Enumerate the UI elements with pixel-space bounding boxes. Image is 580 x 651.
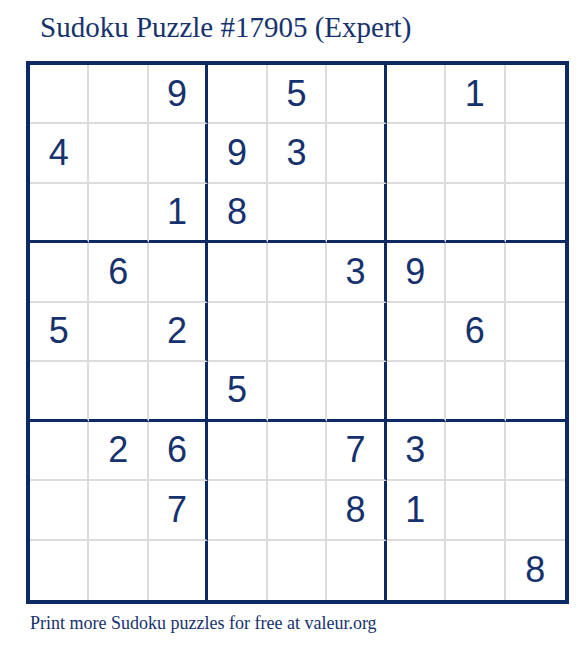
cell-r4c9[interactable] (506, 243, 565, 302)
cell-r5c2[interactable] (89, 303, 148, 362)
cell-r5c6[interactable] (327, 303, 386, 362)
cell-r2c1[interactable]: 4 (30, 124, 89, 183)
cell-r1c1[interactable] (30, 65, 89, 124)
cell-r2c9[interactable] (506, 124, 565, 183)
cell-r3c4[interactable]: 8 (208, 184, 267, 243)
cell-r6c3[interactable] (149, 362, 208, 421)
cell-r1c3[interactable]: 9 (149, 65, 208, 124)
cell-r4c6[interactable]: 3 (327, 243, 386, 302)
cell-r8c7[interactable]: 1 (387, 481, 446, 540)
cell-r7c3[interactable]: 6 (149, 422, 208, 481)
cell-r9c3[interactable] (149, 541, 208, 600)
cell-r6c5[interactable] (268, 362, 327, 421)
cell-r9c5[interactable] (268, 541, 327, 600)
cell-r7c8[interactable] (446, 422, 505, 481)
cell-r9c8[interactable] (446, 541, 505, 600)
cell-r9c6[interactable] (327, 541, 386, 600)
cell-r3c9[interactable] (506, 184, 565, 243)
cell-r3c6[interactable] (327, 184, 386, 243)
cell-r7c9[interactable] (506, 422, 565, 481)
cell-r7c7[interactable]: 3 (387, 422, 446, 481)
cell-r3c7[interactable] (387, 184, 446, 243)
cell-r1c8[interactable]: 1 (446, 65, 505, 124)
cell-r6c9[interactable] (506, 362, 565, 421)
cell-r7c2[interactable]: 2 (89, 422, 148, 481)
cell-r5c7[interactable] (387, 303, 446, 362)
cell-r2c6[interactable] (327, 124, 386, 183)
cell-r8c1[interactable] (30, 481, 89, 540)
cell-r3c8[interactable] (446, 184, 505, 243)
cell-r1c2[interactable] (89, 65, 148, 124)
cell-r8c8[interactable] (446, 481, 505, 540)
cell-r5c8[interactable]: 6 (446, 303, 505, 362)
cell-r2c5[interactable]: 3 (268, 124, 327, 183)
cell-r9c9[interactable]: 8 (506, 541, 565, 600)
cell-r3c2[interactable] (89, 184, 148, 243)
cell-r5c3[interactable]: 2 (149, 303, 208, 362)
cell-r6c7[interactable] (387, 362, 446, 421)
cell-r3c5[interactable] (268, 184, 327, 243)
cell-r1c4[interactable] (208, 65, 267, 124)
cell-r2c7[interactable] (387, 124, 446, 183)
cell-r6c4[interactable]: 5 (208, 362, 267, 421)
sudoku-page: Sudoku Puzzle #17905 (Expert) 9514931863… (0, 0, 580, 651)
cell-r9c1[interactable] (30, 541, 89, 600)
cell-r9c4[interactable] (208, 541, 267, 600)
cell-r8c3[interactable]: 7 (149, 481, 208, 540)
cell-r7c5[interactable] (268, 422, 327, 481)
cell-r4c7[interactable]: 9 (387, 243, 446, 302)
cell-r6c8[interactable] (446, 362, 505, 421)
cell-r8c9[interactable] (506, 481, 565, 540)
cell-r4c4[interactable] (208, 243, 267, 302)
cell-r7c6[interactable]: 7 (327, 422, 386, 481)
cell-r8c4[interactable] (208, 481, 267, 540)
sudoku-board: 95149318639526526737818 (26, 61, 569, 604)
cell-r7c1[interactable] (30, 422, 89, 481)
cell-r9c2[interactable] (89, 541, 148, 600)
cell-r2c8[interactable] (446, 124, 505, 183)
cell-r1c5[interactable]: 5 (268, 65, 327, 124)
cell-r5c9[interactable] (506, 303, 565, 362)
cell-r2c4[interactable]: 9 (208, 124, 267, 183)
cell-r3c3[interactable]: 1 (149, 184, 208, 243)
page-title: Sudoku Puzzle #17905 (Expert) (40, 11, 411, 44)
cell-r6c6[interactable] (327, 362, 386, 421)
cell-r4c5[interactable] (268, 243, 327, 302)
cell-r1c9[interactable] (506, 65, 565, 124)
cell-r5c4[interactable] (208, 303, 267, 362)
cell-r9c7[interactable] (387, 541, 446, 600)
cell-r1c7[interactable] (387, 65, 446, 124)
footer-text: Print more Sudoku puzzles for free at va… (30, 613, 377, 634)
cell-r4c2[interactable]: 6 (89, 243, 148, 302)
cell-r3c1[interactable] (30, 184, 89, 243)
cell-r4c3[interactable] (149, 243, 208, 302)
cell-r4c8[interactable] (446, 243, 505, 302)
cell-r5c1[interactable]: 5 (30, 303, 89, 362)
cell-r8c5[interactable] (268, 481, 327, 540)
cell-r2c3[interactable] (149, 124, 208, 183)
cell-r8c2[interactable] (89, 481, 148, 540)
cell-r7c4[interactable] (208, 422, 267, 481)
cell-r5c5[interactable] (268, 303, 327, 362)
cell-r6c2[interactable] (89, 362, 148, 421)
cell-r1c6[interactable] (327, 65, 386, 124)
cell-r2c2[interactable] (89, 124, 148, 183)
cell-r6c1[interactable] (30, 362, 89, 421)
cell-r8c6[interactable]: 8 (327, 481, 386, 540)
cell-r4c1[interactable] (30, 243, 89, 302)
